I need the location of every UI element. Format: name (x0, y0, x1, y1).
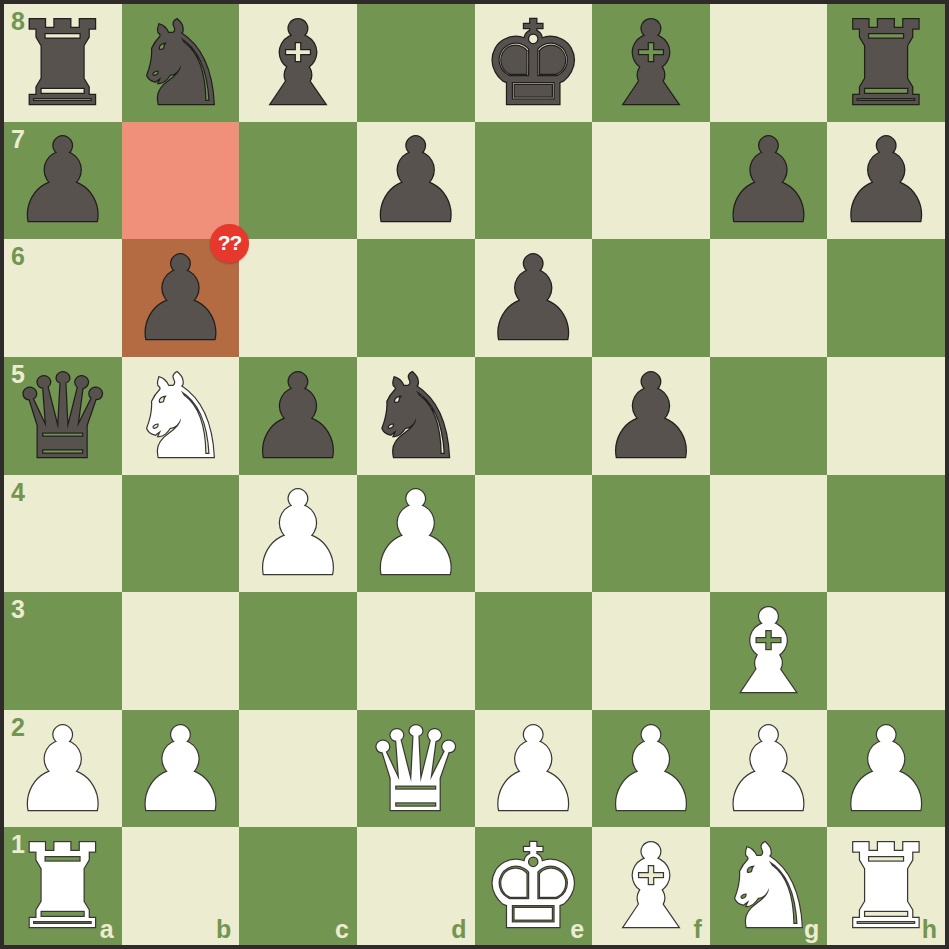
square-f8[interactable]: ♝ (592, 4, 710, 122)
piece-white-knight[interactable]: ♞ (128, 359, 232, 475)
square-c6[interactable] (239, 239, 357, 357)
square-c5[interactable]: ♟ (239, 357, 357, 475)
piece-black-pawn[interactable]: ♟ (364, 123, 468, 239)
square-e8[interactable]: ♚ (475, 4, 593, 122)
square-d3[interactable] (357, 592, 475, 710)
square-e6[interactable]: ♟ (475, 239, 593, 357)
rank-label-7: 7 (11, 127, 25, 152)
piece-white-bishop[interactable]: ♝ (717, 594, 821, 710)
rank-label-2: 2 (11, 715, 25, 740)
square-a4[interactable]: 4 (4, 475, 122, 593)
square-f4[interactable] (592, 475, 710, 593)
square-a1[interactable]: ♜1a (4, 827, 122, 945)
square-b7[interactable] (122, 122, 240, 240)
rank-label-5: 5 (11, 362, 25, 387)
square-g8[interactable] (710, 4, 828, 122)
rank-label-1: 1 (11, 832, 25, 857)
square-f1[interactable]: ♝f (592, 827, 710, 945)
piece-black-king[interactable]: ♚ (481, 6, 585, 122)
square-a6[interactable]: 6 (4, 239, 122, 357)
blunder-badge: ?? (210, 224, 249, 263)
square-d4[interactable]: ♟ (357, 475, 475, 593)
square-g2[interactable]: ♟ (710, 710, 828, 828)
square-a3[interactable]: 3 (4, 592, 122, 710)
piece-black-rook[interactable]: ♜ (11, 6, 115, 122)
square-h3[interactable] (827, 592, 945, 710)
piece-black-pawn[interactable]: ♟ (11, 123, 115, 239)
rank-label-8: 8 (11, 9, 25, 34)
square-a2[interactable]: ♟2 (4, 710, 122, 828)
piece-black-bishop[interactable]: ♝ (246, 6, 350, 122)
square-e4[interactable] (475, 475, 593, 593)
square-d8[interactable] (357, 4, 475, 122)
file-label-a: a (100, 917, 114, 942)
file-label-b: b (216, 917, 231, 942)
square-a5[interactable]: ♛5 (4, 357, 122, 475)
piece-black-pawn[interactable]: ♟ (834, 123, 938, 239)
square-c2[interactable] (239, 710, 357, 828)
piece-white-pawn[interactable]: ♟ (481, 712, 585, 828)
square-f5[interactable]: ♟ (592, 357, 710, 475)
board-grid: ♜8♞♝♚♝♜♟7♟♟♟6♟♟♛5♞♟♞♟4♟♟3♝♟2♟♛♟♟♟♟♜1abcd… (4, 4, 945, 945)
square-a8[interactable]: ♜8 (4, 4, 122, 122)
piece-white-pawn[interactable]: ♟ (364, 476, 468, 592)
square-a7[interactable]: ♟7 (4, 122, 122, 240)
piece-black-pawn[interactable]: ♟ (246, 359, 350, 475)
square-h1[interactable]: ♜h (827, 827, 945, 945)
file-label-d: d (451, 917, 466, 942)
square-h5[interactable] (827, 357, 945, 475)
rank-label-3: 3 (11, 597, 25, 622)
square-f2[interactable]: ♟ (592, 710, 710, 828)
file-label-c: c (335, 917, 349, 942)
piece-white-pawn[interactable]: ♟ (246, 476, 350, 592)
square-d1[interactable]: d (357, 827, 475, 945)
piece-white-pawn[interactable]: ♟ (834, 712, 938, 828)
square-c4[interactable]: ♟ (239, 475, 357, 593)
square-e7[interactable] (475, 122, 593, 240)
square-g4[interactable] (710, 475, 828, 593)
file-label-h: h (922, 917, 937, 942)
square-h6[interactable] (827, 239, 945, 357)
square-d7[interactable]: ♟ (357, 122, 475, 240)
square-c3[interactable] (239, 592, 357, 710)
chess-board: ♜8♞♝♚♝♜♟7♟♟♟6♟♟♛5♞♟♞♟4♟♟3♝♟2♟♛♟♟♟♟♜1abcd… (0, 0, 949, 949)
square-b3[interactable] (122, 592, 240, 710)
piece-black-bishop[interactable]: ♝ (599, 6, 703, 122)
rank-label-6: 6 (11, 244, 25, 269)
square-f6[interactable] (592, 239, 710, 357)
rank-label-4: 4 (11, 480, 25, 505)
file-label-e: e (570, 917, 584, 942)
square-e5[interactable] (475, 357, 593, 475)
square-c8[interactable]: ♝ (239, 4, 357, 122)
square-h2[interactable]: ♟ (827, 710, 945, 828)
piece-white-bishop[interactable]: ♝ (599, 829, 703, 945)
square-b5[interactable]: ♞ (122, 357, 240, 475)
square-g1[interactable]: ♞g (710, 827, 828, 945)
file-label-f: f (693, 917, 701, 942)
square-c1[interactable]: c (239, 827, 357, 945)
square-g6[interactable] (710, 239, 828, 357)
square-c7[interactable] (239, 122, 357, 240)
square-g7[interactable]: ♟ (710, 122, 828, 240)
piece-white-pawn[interactable]: ♟ (599, 712, 703, 828)
piece-black-pawn[interactable]: ♟ (481, 241, 585, 357)
piece-white-pawn[interactable]: ♟ (717, 712, 821, 828)
square-f3[interactable] (592, 592, 710, 710)
square-g5[interactable] (710, 357, 828, 475)
square-e2[interactable]: ♟ (475, 710, 593, 828)
square-h8[interactable]: ♜ (827, 4, 945, 122)
square-g3[interactable]: ♝ (710, 592, 828, 710)
square-f7[interactable] (592, 122, 710, 240)
piece-white-pawn[interactable]: ♟ (128, 712, 232, 828)
square-b8[interactable]: ♞ (122, 4, 240, 122)
blunder-badge-text: ?? (218, 232, 242, 253)
piece-black-pawn[interactable]: ♟ (717, 123, 821, 239)
piece-black-rook[interactable]: ♜ (834, 6, 938, 122)
square-e1[interactable]: ♚e (475, 827, 593, 945)
square-h4[interactable] (827, 475, 945, 593)
square-d2[interactable]: ♛ (357, 710, 475, 828)
piece-black-queen[interactable]: ♛ (11, 359, 115, 475)
file-label-g: g (804, 917, 819, 942)
square-b4[interactable] (122, 475, 240, 593)
piece-white-pawn[interactable]: ♟ (11, 712, 115, 828)
piece-white-queen[interactable]: ♛ (364, 712, 468, 828)
piece-black-knight[interactable]: ♞ (364, 359, 468, 475)
piece-black-pawn[interactable]: ♟ (599, 359, 703, 475)
square-d5[interactable]: ♞ (357, 357, 475, 475)
square-b2[interactable]: ♟ (122, 710, 240, 828)
piece-black-knight[interactable]: ♞ (128, 6, 232, 122)
square-e3[interactable] (475, 592, 593, 710)
square-h7[interactable]: ♟ (827, 122, 945, 240)
square-b1[interactable]: b (122, 827, 240, 945)
square-d6[interactable] (357, 239, 475, 357)
